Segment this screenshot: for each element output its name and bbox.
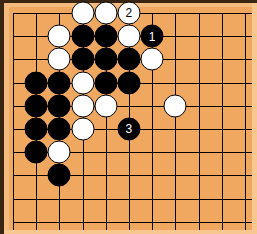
- move-number-label: 1: [149, 30, 156, 42]
- intersection[interactable]: [1, 94, 24, 117]
- intersection[interactable]: [1, 141, 24, 164]
- intersection[interactable]: [164, 48, 187, 71]
- intersection[interactable]: [187, 94, 210, 117]
- white-stone: [48, 25, 71, 48]
- intersection[interactable]: [94, 164, 117, 187]
- intersection[interactable]: [1, 117, 24, 140]
- black-stone-move-1: 1: [141, 25, 164, 48]
- black-stone: [48, 117, 71, 140]
- intersection[interactable]: [164, 141, 187, 164]
- intersection[interactable]: [164, 25, 187, 48]
- black-stone: [48, 71, 71, 94]
- intersection[interactable]: [48, 141, 71, 164]
- move-number-label: 2: [126, 7, 133, 19]
- intersection[interactable]: [164, 71, 187, 94]
- black-stone: [71, 48, 94, 71]
- intersection[interactable]: [187, 117, 210, 140]
- intersection[interactable]: [1, 164, 24, 187]
- intersection[interactable]: [164, 117, 187, 140]
- black-stone: [71, 25, 94, 48]
- white-stone: [71, 1, 94, 24]
- intersection[interactable]: [1, 187, 24, 210]
- white-stone: [94, 94, 117, 117]
- white-stone: [164, 94, 187, 117]
- black-stone: [117, 48, 140, 71]
- intersection[interactable]: [164, 187, 187, 210]
- intersection[interactable]: [187, 164, 210, 187]
- intersection[interactable]: [94, 117, 117, 140]
- white-stone: [48, 141, 71, 164]
- black-stone: [94, 48, 117, 71]
- white-stone: [71, 94, 94, 117]
- black-stone-move-3: 3: [117, 117, 140, 140]
- intersection[interactable]: [210, 71, 233, 94]
- intersection[interactable]: [25, 187, 48, 210]
- intersection[interactable]: [164, 164, 187, 187]
- intersection[interactable]: [71, 164, 94, 187]
- intersection[interactable]: [94, 25, 117, 48]
- black-stone: [94, 25, 117, 48]
- intersection[interactable]: [71, 141, 94, 164]
- intersection[interactable]: [210, 94, 233, 117]
- black-stone: [117, 71, 140, 94]
- intersection[interactable]: [94, 1, 117, 24]
- intersection[interactable]: [94, 187, 117, 210]
- intersection[interactable]: [117, 48, 140, 71]
- intersection[interactable]: 1: [141, 25, 164, 48]
- intersection[interactable]: [210, 117, 233, 140]
- intersection[interactable]: [210, 48, 233, 71]
- intersection[interactable]: [141, 141, 164, 164]
- intersection[interactable]: [94, 94, 117, 117]
- intersection[interactable]: [71, 48, 94, 71]
- intersection[interactable]: [187, 1, 210, 24]
- intersection[interactable]: [164, 1, 187, 24]
- intersection[interactable]: [141, 117, 164, 140]
- intersection[interactable]: [48, 48, 71, 71]
- intersection[interactable]: [71, 117, 94, 140]
- intersection[interactable]: [187, 141, 210, 164]
- white-stone: [94, 1, 117, 24]
- intersection[interactable]: [187, 187, 210, 210]
- intersection[interactable]: [94, 71, 117, 94]
- intersection[interactable]: [117, 164, 140, 187]
- intersection[interactable]: [117, 141, 140, 164]
- intersection[interactable]: [71, 25, 94, 48]
- intersection[interactable]: [1, 25, 24, 48]
- white-stone: [48, 48, 71, 71]
- intersection[interactable]: [117, 25, 140, 48]
- board-edge-highlight-bottom: [4, 230, 257, 234]
- black-stone: [25, 94, 48, 117]
- intersection[interactable]: 3: [117, 117, 140, 140]
- white-stone: [117, 25, 140, 48]
- intersection[interactable]: [25, 71, 48, 94]
- intersection[interactable]: [210, 25, 233, 48]
- intersection[interactable]: [141, 94, 164, 117]
- intersection[interactable]: 2: [117, 1, 140, 24]
- black-stone: [94, 71, 117, 94]
- intersection[interactable]: [141, 48, 164, 71]
- board-edge-highlight-right: [252, 3, 257, 234]
- intersection[interactable]: [141, 71, 164, 94]
- intersection[interactable]: [141, 187, 164, 210]
- intersection[interactable]: [48, 71, 71, 94]
- intersection[interactable]: [25, 1, 48, 24]
- intersection[interactable]: [48, 1, 71, 24]
- intersection[interactable]: [141, 1, 164, 24]
- intersection[interactable]: [48, 187, 71, 210]
- black-stone: [25, 141, 48, 164]
- black-stone: [48, 94, 71, 117]
- intersection[interactable]: [71, 187, 94, 210]
- intersection[interactable]: [94, 48, 117, 71]
- intersection[interactable]: [48, 117, 71, 140]
- intersection[interactable]: [117, 94, 140, 117]
- intersection[interactable]: [164, 94, 187, 117]
- black-stone: [25, 71, 48, 94]
- intersection[interactable]: [71, 94, 94, 117]
- intersection[interactable]: [71, 1, 94, 24]
- go-board: 213: [0, 0, 257, 234]
- white-stone-move-2: 2: [117, 1, 140, 24]
- intersection[interactable]: [71, 71, 94, 94]
- white-stone: [141, 48, 164, 71]
- move-number-label: 3: [126, 123, 133, 135]
- intersection[interactable]: [48, 164, 71, 187]
- intersection[interactable]: [210, 164, 233, 187]
- intersection[interactable]: [1, 1, 24, 24]
- intersection[interactable]: [1, 48, 24, 71]
- intersection[interactable]: [25, 164, 48, 187]
- intersection[interactable]: [1, 71, 24, 94]
- white-stone: [71, 71, 94, 94]
- intersection[interactable]: [25, 141, 48, 164]
- intersection[interactable]: [187, 48, 210, 71]
- intersection[interactable]: [48, 25, 71, 48]
- intersection[interactable]: [25, 48, 48, 71]
- intersection[interactable]: [141, 164, 164, 187]
- intersection[interactable]: [210, 141, 233, 164]
- intersection[interactable]: [117, 187, 140, 210]
- intersection[interactable]: [25, 117, 48, 140]
- intersection[interactable]: [210, 187, 233, 210]
- black-stone: [48, 164, 71, 187]
- intersection[interactable]: [94, 141, 117, 164]
- intersection[interactable]: [187, 71, 210, 94]
- board-intersections: 213: [1, 1, 256, 233]
- go-diagram: 213: [0, 0, 257, 234]
- black-stone: [25, 117, 48, 140]
- intersection[interactable]: [25, 94, 48, 117]
- intersection[interactable]: [25, 25, 48, 48]
- white-stone: [71, 117, 94, 140]
- intersection[interactable]: [187, 25, 210, 48]
- intersection[interactable]: [210, 1, 233, 24]
- intersection[interactable]: [48, 94, 71, 117]
- intersection[interactable]: [117, 71, 140, 94]
